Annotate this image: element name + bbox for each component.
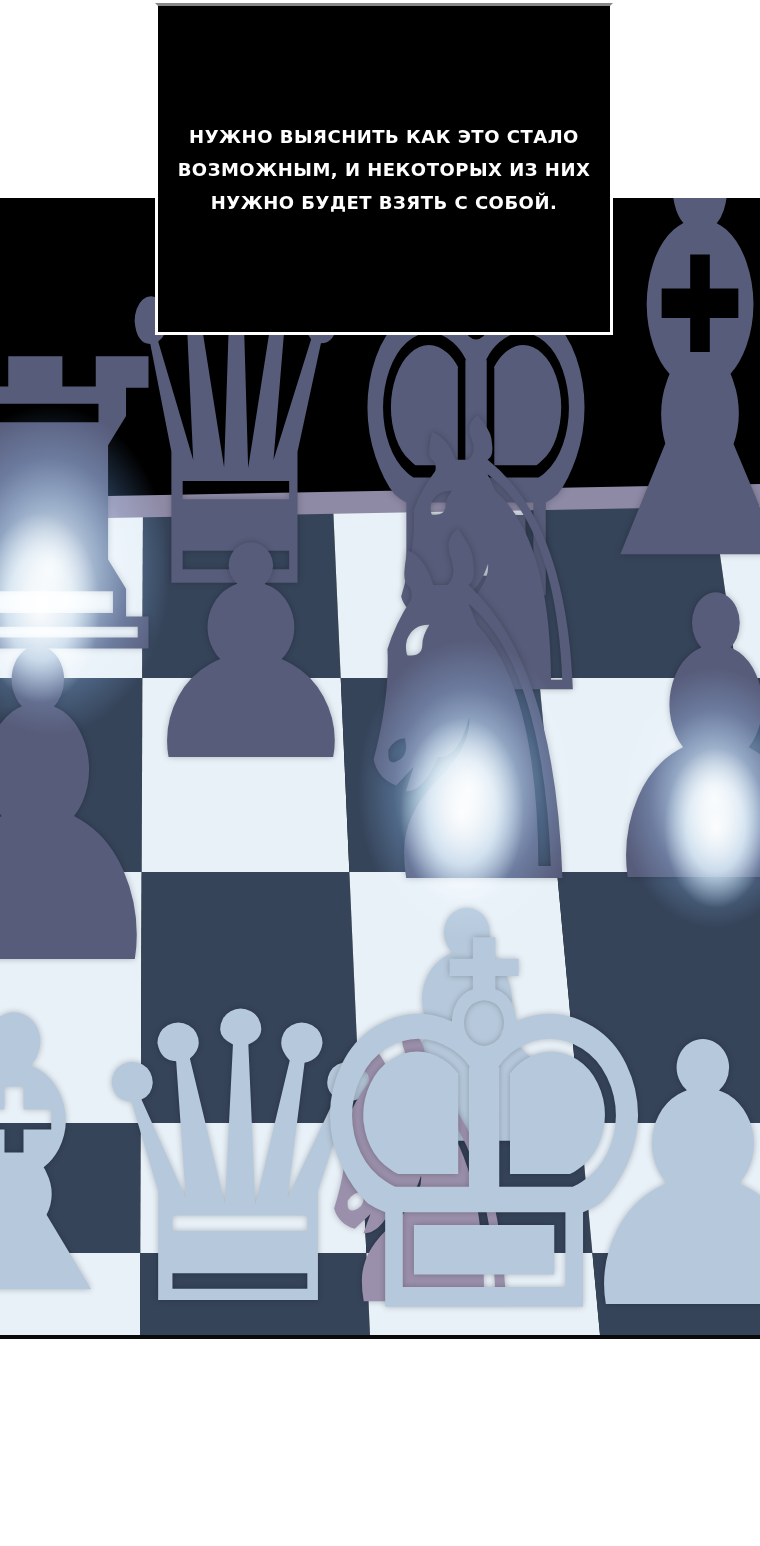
light-king[interactable]: ♚ (264, 879, 704, 1339)
narration-line-1: НУЖНО ВЫЯСНИТЬ КАК ЭТО СТАЛО (189, 120, 579, 153)
webtoon-page: ♜♛♚♝♞♟♟♞♟♟♝♛♞♚♟ НУЖНО ВЫЯСНИТЬ КАК ЭТО С… (0, 0, 760, 1546)
narration-line-3: НУЖНО БУДЕТ ВЗЯТЬ С СОБОЙ. (211, 186, 558, 219)
narration-box: НУЖНО ВЫЯСНИТЬ КАК ЭТО СТАЛО ВОЗМОЖНЫМ, … (155, 3, 613, 335)
narration-line-2: ВОЗМОЖНЫМ, И НЕКОТОРЫХ ИЗ НИХ (178, 153, 591, 186)
chess-scene-panel: ♜♛♚♝♞♟♟♞♟♟♝♛♞♚♟ (0, 198, 760, 1339)
